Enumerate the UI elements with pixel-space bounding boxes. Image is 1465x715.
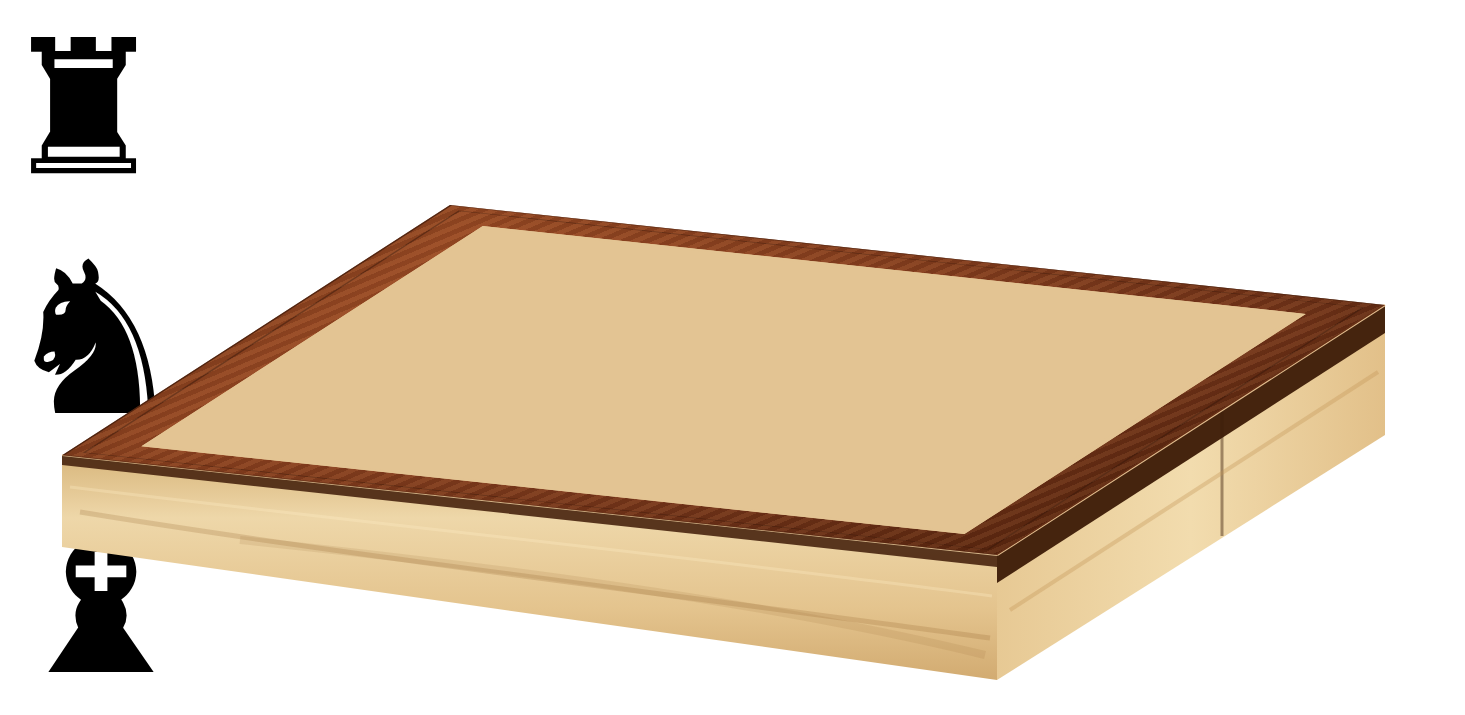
chess-set-photo: ♜♞♝♛♚♝♞♜♟♟♟♟♟♟♟♟♟♟♟♟♟♟♟♟♜♞♝♛♚♝♞♜: [0, 0, 1465, 715]
